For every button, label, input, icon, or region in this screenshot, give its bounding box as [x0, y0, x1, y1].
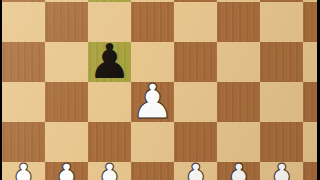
square-b4[interactable]: [45, 82, 88, 122]
square-h6[interactable]: 6: [303, 2, 317, 42]
white-pawn[interactable]: ♟: [2, 161, 45, 180]
square-f2[interactable]: ♟: [217, 162, 260, 180]
letterbox-bar-left: [0, 0, 2, 180]
black-pawn[interactable]: ♟: [88, 41, 131, 81]
square-e6[interactable]: [174, 2, 217, 42]
white-pawn[interactable]: ♟: [88, 161, 131, 180]
square-g5[interactable]: [260, 42, 303, 82]
board-viewport: 6♟5♟43♟♟♟♟♟♟♟2: [2, 0, 317, 180]
square-e5[interactable]: [174, 42, 217, 82]
square-b6[interactable]: [45, 2, 88, 42]
square-a5[interactable]: [2, 42, 45, 82]
square-e4[interactable]: [174, 82, 217, 122]
white-pawn[interactable]: ♟: [260, 161, 303, 180]
chess-board[interactable]: 6♟5♟43♟♟♟♟♟♟♟2: [2, 0, 317, 180]
square-d6[interactable]: [131, 2, 174, 42]
square-d3[interactable]: [131, 122, 174, 162]
white-pawn[interactable]: ♟: [303, 161, 317, 180]
square-g6[interactable]: [260, 2, 303, 42]
square-b2[interactable]: ♟: [45, 162, 88, 180]
square-a2[interactable]: ♟: [2, 162, 45, 180]
square-c2[interactable]: ♟: [88, 162, 131, 180]
square-f5[interactable]: [217, 42, 260, 82]
video-frame: 6♟5♟43♟♟♟♟♟♟♟2: [0, 0, 320, 180]
square-b5[interactable]: [45, 42, 88, 82]
square-a4[interactable]: [2, 82, 45, 122]
white-pawn[interactable]: ♟: [217, 161, 260, 180]
square-g2[interactable]: ♟: [260, 162, 303, 180]
square-d2[interactable]: [131, 162, 174, 180]
square-h5[interactable]: 5: [303, 42, 317, 82]
square-d4[interactable]: ♟: [131, 82, 174, 122]
square-h2[interactable]: ♟2: [303, 162, 317, 180]
white-pawn[interactable]: ♟: [45, 161, 88, 180]
square-a6[interactable]: [2, 2, 45, 42]
square-h4[interactable]: 4: [303, 82, 317, 122]
square-f6[interactable]: [217, 2, 260, 42]
white-pawn[interactable]: ♟: [131, 81, 174, 121]
white-pawn[interactable]: ♟: [174, 161, 217, 180]
square-c5[interactable]: ♟: [88, 42, 131, 82]
square-g4[interactable]: [260, 82, 303, 122]
square-e2[interactable]: ♟: [174, 162, 217, 180]
square-f4[interactable]: [217, 82, 260, 122]
square-c4[interactable]: [88, 82, 131, 122]
